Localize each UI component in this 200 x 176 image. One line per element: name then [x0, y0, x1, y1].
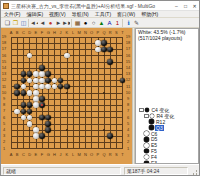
coord-number-right: 9: [126, 97, 131, 101]
last-move-marker: [41, 104, 43, 106]
coord-number-right: 10: [126, 91, 131, 95]
white-stone-F13[interactable]: [39, 71, 45, 77]
status-bar: 就绪 第187手 04:24: [1, 164, 199, 175]
black-stone-R17[interactable]: [107, 47, 113, 53]
coord-number-left: 7: [2, 109, 7, 113]
menu-item-3[interactable]: 导航(N): [69, 11, 92, 18]
coord-letter-bottom: B: [14, 153, 20, 157]
black-stone-icon: [149, 125, 154, 130]
black-stone-F3[interactable]: [39, 133, 45, 139]
info-icon[interactable]: ℹ: [124, 19, 132, 27]
grid-line: [79, 37, 80, 149]
star-point: [66, 92, 68, 94]
white-stone-D6[interactable]: [27, 115, 33, 121]
maximize-button[interactable]: □: [181, 2, 190, 10]
white-stone-icon: [144, 155, 149, 160]
white-stone-icon: [144, 131, 149, 136]
coord-number-left: 17: [2, 47, 7, 51]
white-stone-icon: [150, 114, 155, 119]
black-stone-B10[interactable]: [14, 90, 20, 96]
coord-number-left: 5: [2, 122, 7, 126]
coord-number-left: 12: [2, 78, 7, 82]
multigo-window: 三星杯决赛_古力_vs_李世石(黑中盘胜)+AI分析结果.sgf - Multi…: [0, 0, 200, 176]
edit-icon[interactable]: ✎: [132, 19, 140, 27]
coord-number-right: 15: [126, 60, 131, 64]
number-mark-icon[interactable]: 1: [113, 19, 121, 27]
grid-line: [91, 37, 92, 149]
first-move-icon[interactable]: ◄◄: [30, 19, 38, 27]
coord-letter-bottom: G: [45, 153, 51, 157]
coord-number-left: 19: [2, 35, 7, 39]
coord-letter-top: N: [82, 31, 88, 35]
title-bar: 三星杯决赛_古力_vs_李世石(黑中盘胜)+AI分析结果.sgf - Multi…: [1, 1, 199, 11]
coord-number-right: 13: [126, 72, 131, 76]
coord-letter-bottom: T: [120, 153, 126, 157]
coord-number-left: 16: [2, 54, 7, 58]
coord-letter-top: L: [70, 31, 76, 35]
black-stone-J12[interactable]: [58, 78, 64, 84]
triangle-mark-icon[interactable]: ▲: [97, 19, 105, 27]
grid-line: [122, 37, 123, 149]
coord-number-right: 6: [126, 116, 131, 120]
coord-letter-bottom: N: [82, 153, 88, 157]
coord-number-left: 15: [2, 60, 7, 64]
coord-letter-top: T: [120, 31, 126, 35]
open-folder-icon[interactable]: ❐: [11, 19, 19, 27]
save-icon[interactable]: ◫: [19, 19, 27, 27]
grid-line: [11, 99, 123, 100]
coord-letter-top: P: [95, 31, 101, 35]
star-point: [103, 92, 105, 94]
coord-number-left: 1: [2, 147, 7, 151]
tree-expander-icon[interactable]: -: [139, 108, 144, 113]
next-move-icon[interactable]: ►: [54, 19, 62, 27]
coord-letter-top: Q: [101, 31, 107, 35]
coord-letter-bottom: H: [51, 153, 57, 157]
window-title: 三星杯决赛_古力_vs_李世石(黑中盘胜)+AI分析结果.sgf - Multi…: [11, 3, 172, 9]
white-stone-E13[interactable]: [33, 71, 39, 77]
coord-letter-top: K: [64, 31, 70, 35]
menu-bar: 文件(F)编辑(E)视图(V)导航(N)工具(T)窗口(W)帮助(H): [1, 11, 199, 18]
white-stone-E3[interactable]: [33, 133, 39, 139]
star-point: [66, 129, 68, 131]
board-icon[interactable]: ▦: [73, 19, 81, 27]
app-icon: [3, 3, 9, 9]
toolbar: ❏❐◫◄◄◄●►►►▦●○▲A1ℹ✎: [1, 18, 199, 28]
toolbar-separator: [71, 19, 72, 27]
black-stone-C7[interactable]: [21, 109, 27, 115]
tree-expander-icon[interactable]: -: [144, 114, 149, 119]
coord-letter-bottom: M: [76, 153, 82, 157]
coord-letter-top: R: [107, 31, 113, 35]
white-stone-D10[interactable]: [27, 90, 33, 96]
coord-letter-bottom: E: [33, 153, 39, 157]
black-stone-C13[interactable]: [21, 71, 27, 77]
black-stone-F8[interactable]: [39, 102, 45, 108]
tree-node-E3[interactable]: E3: [137, 160, 198, 163]
coord-letter-top: H: [51, 31, 57, 35]
white-stone-E8[interactable]: [33, 102, 39, 108]
coord-letter-bottom: C: [20, 153, 26, 157]
black-stone-T12[interactable]: [120, 78, 126, 84]
coord-number-left: 9: [2, 97, 7, 101]
black-stone-icon: [145, 108, 150, 113]
white-stone-C6[interactable]: [21, 115, 27, 121]
coord-number-left: 2: [2, 140, 7, 144]
coord-number-right: 16: [126, 54, 131, 58]
coord-letter-top: S: [113, 31, 119, 35]
coord-letter-bottom: O: [89, 153, 95, 157]
black-stone-G12[interactable]: [45, 78, 51, 84]
coord-number-right: 11: [126, 85, 131, 89]
coord-letter-top: J: [58, 31, 64, 35]
coord-letter-bottom: K: [64, 153, 70, 157]
coord-number-left: 6: [2, 116, 7, 120]
grid-line: [11, 142, 123, 143]
menu-item-4[interactable]: 工具(T): [92, 11, 114, 18]
white-stone-C11[interactable]: [21, 84, 27, 90]
black-stone-icon: [144, 149, 149, 154]
white-stone-E11[interactable]: [33, 84, 39, 90]
coord-number-right: 17: [126, 47, 131, 51]
coord-number-right: 18: [126, 41, 131, 45]
white-stone-H11[interactable]: [52, 84, 58, 90]
black-stone-F6[interactable]: [39, 115, 45, 121]
coord-letter-top: E: [33, 31, 39, 35]
black-stone-K11[interactable]: [64, 84, 70, 90]
coord-number-right: 5: [126, 122, 131, 126]
coord-letter-bottom: R: [107, 153, 113, 157]
menu-item-1[interactable]: 编辑(E): [23, 11, 46, 18]
play-icon[interactable]: ●: [46, 19, 54, 27]
coord-number-right: 12: [126, 78, 131, 82]
black-stone-D13[interactable]: [27, 71, 33, 77]
resize-grip: [193, 173, 195, 175]
status-move-counter: 第187手 04:24: [124, 167, 188, 175]
black-stone-icon: [149, 119, 154, 124]
white-stone-E9[interactable]: [33, 96, 39, 102]
coord-number-right: 14: [126, 66, 131, 70]
close-button[interactable]: ✕: [190, 2, 199, 10]
coord-letter-top: M: [76, 31, 82, 35]
white-stone-G11[interactable]: [45, 84, 51, 90]
menu-item-2[interactable]: 视图(V): [46, 11, 69, 18]
black-stone-G13[interactable]: [45, 71, 51, 77]
black-stone-G4[interactable]: [45, 127, 51, 133]
white-stone-E10[interactable]: [33, 90, 39, 96]
black-stone-D8[interactable]: [27, 102, 33, 108]
black-stone-R3[interactable]: [107, 133, 113, 139]
new-file-icon[interactable]: ❏: [3, 19, 11, 27]
coord-letter-top: B: [14, 31, 20, 35]
grid-line: [98, 37, 99, 149]
grid-line: [85, 37, 86, 149]
coord-number-right: 2: [126, 140, 131, 144]
coord-letter-top: F: [39, 31, 45, 35]
coord-letter-bottom: F: [39, 153, 45, 157]
coord-letter-bottom: D: [27, 153, 33, 157]
minimize-button[interactable]: –: [172, 2, 181, 10]
toolbar-separator: [122, 19, 123, 27]
coord-number-right: 3: [126, 134, 131, 138]
coord-letter-bottom: Q: [101, 153, 107, 157]
coord-letter-top: C: [20, 31, 26, 35]
white-stone-E12[interactable]: [33, 78, 39, 84]
coord-number-right: 7: [126, 109, 131, 113]
white-stone-P18[interactable]: [95, 40, 101, 46]
menu-item-6[interactable]: 帮助(H): [138, 11, 161, 18]
black-stone-G5[interactable]: [45, 121, 51, 127]
white-stone-P17[interactable]: [95, 47, 101, 53]
white-stone-B7[interactable]: [14, 109, 20, 115]
analysis-panel: White: 43.5% (-1.7%) (517/1024 playouts)…: [135, 28, 199, 164]
coord-number-left: 3: [2, 134, 7, 138]
black-stone-C12[interactable]: [21, 78, 27, 84]
white-stone-E4[interactable]: [33, 127, 39, 133]
coord-number-right: 1: [126, 147, 131, 151]
black-stone-F9[interactable]: [39, 96, 45, 102]
grid-line: [110, 37, 111, 149]
toolbar-separator: [28, 19, 29, 27]
white-stone-H12[interactable]: [52, 78, 58, 84]
white-stone-tool-icon[interactable]: ○: [89, 19, 97, 27]
black-stone-J11[interactable]: [58, 84, 64, 90]
black-stone-F14[interactable]: [39, 65, 45, 71]
last-move-icon[interactable]: ►►: [62, 19, 70, 27]
grid-line: [73, 37, 74, 149]
letter-mark-icon[interactable]: A: [105, 19, 113, 27]
black-stone-tool-icon[interactable]: ●: [81, 19, 89, 27]
coord-letter-bottom: J: [58, 153, 64, 157]
white-stone-D12[interactable]: [27, 78, 33, 84]
variation-tree[interactable]: -C4 变化-R4 变化R12Q3C6D5E5F5F4E3G5: [137, 107, 198, 163]
coord-number-left: 18: [2, 41, 7, 45]
black-stone-G6[interactable]: [45, 115, 51, 121]
star-point: [103, 129, 105, 131]
status-message: 就绪: [3, 167, 121, 175]
black-stone-R15[interactable]: [107, 59, 113, 65]
coord-number-left: 4: [2, 128, 7, 132]
coord-number-right: 8: [126, 103, 131, 107]
black-stone-D7[interactable]: [27, 109, 33, 115]
white-stone-D5[interactable]: [27, 121, 33, 127]
go-board[interactable]: AABBCCDDEEFFGGHHJJKKLLMMNNOOPPQQRRSSTT19…: [1, 28, 132, 164]
coord-number-right: 19: [126, 35, 131, 39]
white-stone-F12[interactable]: [39, 78, 45, 84]
black-stone-Q18[interactable]: [101, 40, 107, 46]
resize-grip[interactable]: [196, 173, 198, 175]
coord-letter-top: D: [27, 31, 33, 35]
white-stone-D16[interactable]: [27, 53, 33, 59]
coord-letter-bottom: S: [113, 153, 119, 157]
black-stone-icon: [144, 137, 149, 142]
coord-letter-top: G: [45, 31, 51, 35]
prev-move-icon[interactable]: ◄: [38, 19, 46, 27]
playouts-text: (517/1024 playouts): [136, 35, 198, 41]
grid-line: [116, 37, 117, 149]
coord-number-left: 14: [2, 66, 7, 70]
menu-item-5[interactable]: 窗口(W): [114, 11, 138, 18]
resize-grip: [196, 170, 198, 172]
grid-line: [11, 148, 123, 149]
black-stone-Q17[interactable]: [101, 47, 107, 53]
coord-number-left: 10: [2, 91, 7, 95]
grid-line: [11, 136, 123, 137]
tree-node-label: E3: [150, 160, 158, 163]
coord-number-left: 8: [2, 103, 7, 107]
menu-item-0[interactable]: 文件(F): [1, 11, 23, 18]
black-stone-B11[interactable]: [14, 84, 20, 90]
white-stone-K16[interactable]: [64, 53, 70, 59]
black-stone-C10[interactable]: [21, 90, 27, 96]
coord-letter-top: A: [8, 31, 14, 35]
black-stone-C8[interactable]: [21, 102, 27, 108]
coord-letter-top: O: [89, 31, 95, 35]
black-stone-icon: [144, 161, 149, 163]
coord-letter-bottom: P: [95, 153, 101, 157]
coord-number-left: 11: [2, 85, 7, 89]
white-stone-F11[interactable]: [39, 84, 45, 90]
coord-number-left: 13: [2, 72, 7, 76]
coord-letter-bottom: A: [8, 153, 14, 157]
coord-letter-bottom: L: [70, 153, 76, 157]
coord-number-right: 4: [126, 128, 131, 132]
white-stone-icon: [144, 143, 149, 148]
